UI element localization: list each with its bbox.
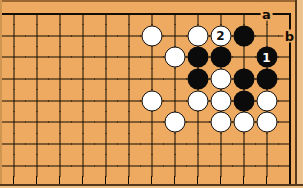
grid-line-v xyxy=(13,68,14,91)
grid-line-v xyxy=(151,46,152,69)
grid-line-v xyxy=(105,46,106,69)
grid-line-v xyxy=(289,111,291,134)
grid-line-v xyxy=(174,133,175,156)
board-intersection-r4c5[interactable] xyxy=(94,68,117,90)
board-intersection-r1c12[interactable]: a xyxy=(255,3,278,25)
grid-line-v xyxy=(289,133,291,156)
grid-line-v xyxy=(128,68,129,91)
go-board: a2b1 xyxy=(0,0,303,188)
board-intersection-r2c9[interactable] xyxy=(186,25,209,47)
board-intersection-r4c12[interactable] xyxy=(255,68,278,90)
grid-line-v xyxy=(59,46,60,69)
board-intersection-r1c11[interactable] xyxy=(232,3,255,25)
grid-line-v xyxy=(36,46,37,69)
board-intersection-r8c3[interactable] xyxy=(48,155,71,177)
grid-line-v xyxy=(128,111,129,134)
board-intersection-r8c5[interactable] xyxy=(94,155,117,177)
board-intersection-r2c6[interactable] xyxy=(117,25,140,47)
board-intersection-r7c11[interactable] xyxy=(232,133,255,155)
grid-line-v xyxy=(82,68,83,91)
board-intersection-r6c9[interactable] xyxy=(186,111,209,133)
board-intersection-r3c1[interactable] xyxy=(2,46,25,68)
board-intersection-r5c1[interactable] xyxy=(2,90,25,112)
board-intersection-r1c3[interactable] xyxy=(48,3,71,25)
grid-line-v xyxy=(243,46,244,69)
grid-line-v xyxy=(59,68,60,91)
grid-line-v xyxy=(59,154,60,177)
board-intersection-r1c2[interactable] xyxy=(25,3,48,25)
grid-line-v xyxy=(59,111,60,134)
white-stone xyxy=(256,90,277,111)
board-intersection-r5c9[interactable] xyxy=(186,90,209,112)
grid-line-v xyxy=(82,133,83,156)
white-stone xyxy=(256,112,277,133)
grid-line-v xyxy=(128,24,129,47)
grid-line-v xyxy=(128,133,129,156)
board-intersection-r5c11[interactable] xyxy=(232,90,255,112)
grid-line-v xyxy=(13,89,14,112)
grid-line-v xyxy=(59,24,60,47)
board-intersection-r1c4[interactable] xyxy=(71,3,94,25)
board-intersection-r3c7[interactable] xyxy=(140,46,163,68)
board-intersection-r7c9[interactable] xyxy=(186,133,209,155)
grid-line-v xyxy=(13,133,14,156)
grid-line-v xyxy=(13,154,14,177)
board-intersection-r7c12[interactable] xyxy=(255,133,278,155)
board-intersection-r5c2[interactable] xyxy=(25,90,48,112)
grid-line-v xyxy=(36,89,37,112)
grid-line-v xyxy=(82,111,83,134)
board-intersection-r8c1[interactable] xyxy=(2,155,25,177)
board-intersection-r4c9[interactable] xyxy=(186,68,209,90)
grid-line-v xyxy=(220,154,221,177)
board-intersection-r3c10[interactable] xyxy=(209,46,232,68)
board-intersection-r6c12[interactable] xyxy=(255,111,278,133)
black-stone xyxy=(187,47,208,68)
board-intersection-r6c1[interactable] xyxy=(2,111,25,133)
board-intersection-r2c8[interactable] xyxy=(163,25,186,47)
board-intersection-r3c6[interactable] xyxy=(117,46,140,68)
board-intersection-r6c5[interactable] xyxy=(94,111,117,133)
board-frame-left xyxy=(0,0,2,188)
board-intersection-r3c12[interactable]: 1 xyxy=(255,46,278,68)
board-intersection-r1c8[interactable] xyxy=(163,3,186,25)
grid-line-v xyxy=(289,89,291,112)
board-intersection-r2c7[interactable] xyxy=(140,25,163,47)
grid-line-v xyxy=(151,133,152,156)
white-stone xyxy=(210,68,231,89)
board-intersection-r2c12[interactable] xyxy=(255,25,278,47)
grid-line-v xyxy=(197,133,198,156)
board-intersection-r5c6[interactable] xyxy=(117,90,140,112)
white-stone xyxy=(210,90,231,111)
grid-line-v xyxy=(13,46,14,69)
board-intersection-r6c7[interactable] xyxy=(140,111,163,133)
board-intersection-r5c12[interactable] xyxy=(255,90,278,112)
board-intersection-r3c9[interactable] xyxy=(186,46,209,68)
board-intersection-r4c7[interactable] xyxy=(140,68,163,90)
board-intersection-r8c7[interactable] xyxy=(140,155,163,177)
grid-line-v xyxy=(36,24,37,47)
board-intersection-r8c11[interactable] xyxy=(232,155,255,177)
board-intersection-r8c2[interactable] xyxy=(25,155,48,177)
board-intersection-r3c2[interactable] xyxy=(25,46,48,68)
board-intersection-r7c3[interactable] xyxy=(48,133,71,155)
grid-line-v xyxy=(105,24,106,47)
board-intersection-r5c4[interactable] xyxy=(71,90,94,112)
board-intersection-r6c2[interactable] xyxy=(25,111,48,133)
board-intersection-r7c2[interactable] xyxy=(25,133,48,155)
white-stone xyxy=(233,112,254,133)
board-intersection-r4c10[interactable] xyxy=(209,68,232,90)
board-intersection-r2c1[interactable] xyxy=(2,25,25,47)
board-intersection-r3c4[interactable] xyxy=(71,46,94,68)
black-stone xyxy=(233,68,254,89)
grid-line-v xyxy=(243,133,244,156)
board-intersection-r7c6[interactable] xyxy=(117,133,140,155)
white-stone xyxy=(164,112,185,133)
black-stone xyxy=(187,68,208,89)
grid-line-v xyxy=(82,24,83,47)
board-intersection-r4c3[interactable] xyxy=(48,68,71,90)
grid-line-v xyxy=(174,24,175,47)
grid-line-v xyxy=(82,154,83,177)
point-label-a: a xyxy=(260,7,273,20)
board-intersection-r4c11[interactable] xyxy=(232,68,255,90)
board-intersection-r3c5[interactable] xyxy=(94,46,117,68)
board-intersection-r7c10[interactable] xyxy=(209,133,232,155)
black-stone xyxy=(256,68,277,89)
black-stone xyxy=(210,47,231,68)
board-intersection-r5c8[interactable] xyxy=(163,90,186,112)
board-intersection-r6c8[interactable] xyxy=(163,111,186,133)
grid-line-v xyxy=(36,111,37,134)
grid-line-v xyxy=(128,89,129,112)
board-intersection-r7c1[interactable] xyxy=(2,133,25,155)
grid-line-v xyxy=(266,133,267,156)
board-intersection-r2c5[interactable] xyxy=(94,25,117,47)
grid-line-v xyxy=(151,111,152,134)
grid-line-v xyxy=(266,154,267,177)
grid-line-v xyxy=(82,46,83,69)
grid-line-v xyxy=(289,46,291,69)
board-intersection-r1c5[interactable] xyxy=(94,3,117,25)
white-stone-2: 2 xyxy=(210,25,231,46)
board-intersection-r1c10[interactable] xyxy=(209,3,232,25)
grid-line-v xyxy=(105,89,106,112)
board-intersection-r1c9[interactable] xyxy=(186,3,209,25)
board-intersection-r5c5[interactable] xyxy=(94,90,117,112)
board-frame-right xyxy=(295,0,303,188)
board-intersection-r3c11[interactable] xyxy=(232,46,255,68)
grid-line-v xyxy=(128,46,129,69)
board-intersection-r4c4[interactable] xyxy=(71,68,94,90)
white-stone xyxy=(164,47,185,68)
board-intersection-r3c3[interactable] xyxy=(48,46,71,68)
black-stone xyxy=(233,25,254,46)
grid-line-v xyxy=(128,154,129,177)
grid-line-v xyxy=(197,154,198,177)
board-intersection-r7c7[interactable] xyxy=(140,133,163,155)
grid-line-v xyxy=(197,111,198,134)
board-intersection-r6c10[interactable] xyxy=(209,111,232,133)
board-intersection-r2c4[interactable] xyxy=(71,25,94,47)
board-intersection-r4c2[interactable] xyxy=(25,68,48,90)
board-intersection-r5c7[interactable] xyxy=(140,90,163,112)
board-intersection-r1c6[interactable] xyxy=(117,3,140,25)
grid-line-v xyxy=(36,68,37,91)
grid-line-v xyxy=(151,154,152,177)
board-intersection-r8c6[interactable] xyxy=(117,155,140,177)
grid-line-v xyxy=(13,24,14,47)
board-intersection-r1c1[interactable] xyxy=(2,3,25,25)
grid-line-v xyxy=(289,154,291,177)
board-intersection-r2c3[interactable] xyxy=(48,25,71,47)
board-intersection-r7c5[interactable] xyxy=(94,133,117,155)
board-intersection-r8c4[interactable] xyxy=(71,155,94,177)
board-intersection-r8c12[interactable] xyxy=(255,155,278,177)
board-intersection-r3c8[interactable] xyxy=(163,46,186,68)
board-intersection-r2c2[interactable] xyxy=(25,25,48,47)
board-intersection-r6c6[interactable] xyxy=(117,111,140,133)
board-intersection-r6c11[interactable] xyxy=(232,111,255,133)
grid-line-v xyxy=(151,68,152,91)
grid-line-v xyxy=(174,89,175,112)
white-stone xyxy=(141,25,162,46)
board-intersection-r5c3[interactable] xyxy=(48,90,71,112)
black-stone xyxy=(233,90,254,111)
grid-line-v xyxy=(105,68,106,91)
grid-line-v xyxy=(266,24,267,47)
grid-line-v xyxy=(36,133,37,156)
grid-line-v xyxy=(105,133,106,156)
board-intersection-r4c1[interactable] xyxy=(2,68,25,90)
grid-line-v xyxy=(105,111,106,134)
black-stone-1: 1 xyxy=(256,47,277,68)
white-stone xyxy=(187,90,208,111)
board-intersection-r4c6[interactable] xyxy=(117,68,140,90)
board-grid: a2b1 xyxy=(2,3,301,177)
board-intersection-r1c7[interactable] xyxy=(140,3,163,25)
grid-line-v xyxy=(36,154,37,177)
white-stone xyxy=(187,25,208,46)
board-intersection-r7c8[interactable] xyxy=(163,133,186,155)
board-intersection-r4c8[interactable] xyxy=(163,68,186,90)
grid-line-v xyxy=(220,133,221,156)
grid-line-v xyxy=(13,111,14,134)
white-stone xyxy=(141,90,162,111)
board-intersection-r6c4[interactable] xyxy=(71,111,94,133)
board-intersection-r2c11[interactable] xyxy=(232,25,255,47)
board-intersection-r7c4[interactable] xyxy=(71,133,94,155)
grid-line-v xyxy=(243,154,244,177)
board-frame-bottom xyxy=(0,184,303,188)
grid-line-v xyxy=(82,89,83,112)
board-frame-top xyxy=(0,0,303,2)
grid-line-v xyxy=(59,89,60,112)
grid-line-v xyxy=(289,68,291,91)
board-intersection-r8c9[interactable] xyxy=(186,155,209,177)
grid-line-v xyxy=(105,154,106,177)
grid-line-v xyxy=(59,133,60,156)
grid-line-v xyxy=(174,68,175,91)
white-stone xyxy=(210,112,231,133)
grid-line-v xyxy=(174,154,175,177)
board-intersection-r5c10[interactable] xyxy=(209,90,232,112)
board-intersection-r2c10[interactable]: 2 xyxy=(209,25,232,47)
board-intersection-r8c8[interactable] xyxy=(163,155,186,177)
board-intersection-r8c10[interactable] xyxy=(209,155,232,177)
board-intersection-r6c3[interactable] xyxy=(48,111,71,133)
